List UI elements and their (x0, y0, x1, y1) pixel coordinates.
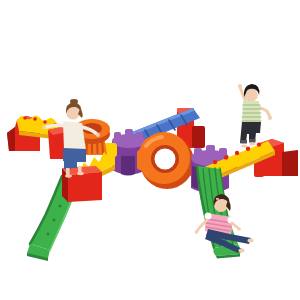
ring-hole (155, 149, 176, 170)
playset-scene (0, 0, 300, 300)
product-photo (0, 0, 300, 300)
girl-back-arm (46, 125, 66, 127)
boy-shirt (242, 101, 261, 123)
